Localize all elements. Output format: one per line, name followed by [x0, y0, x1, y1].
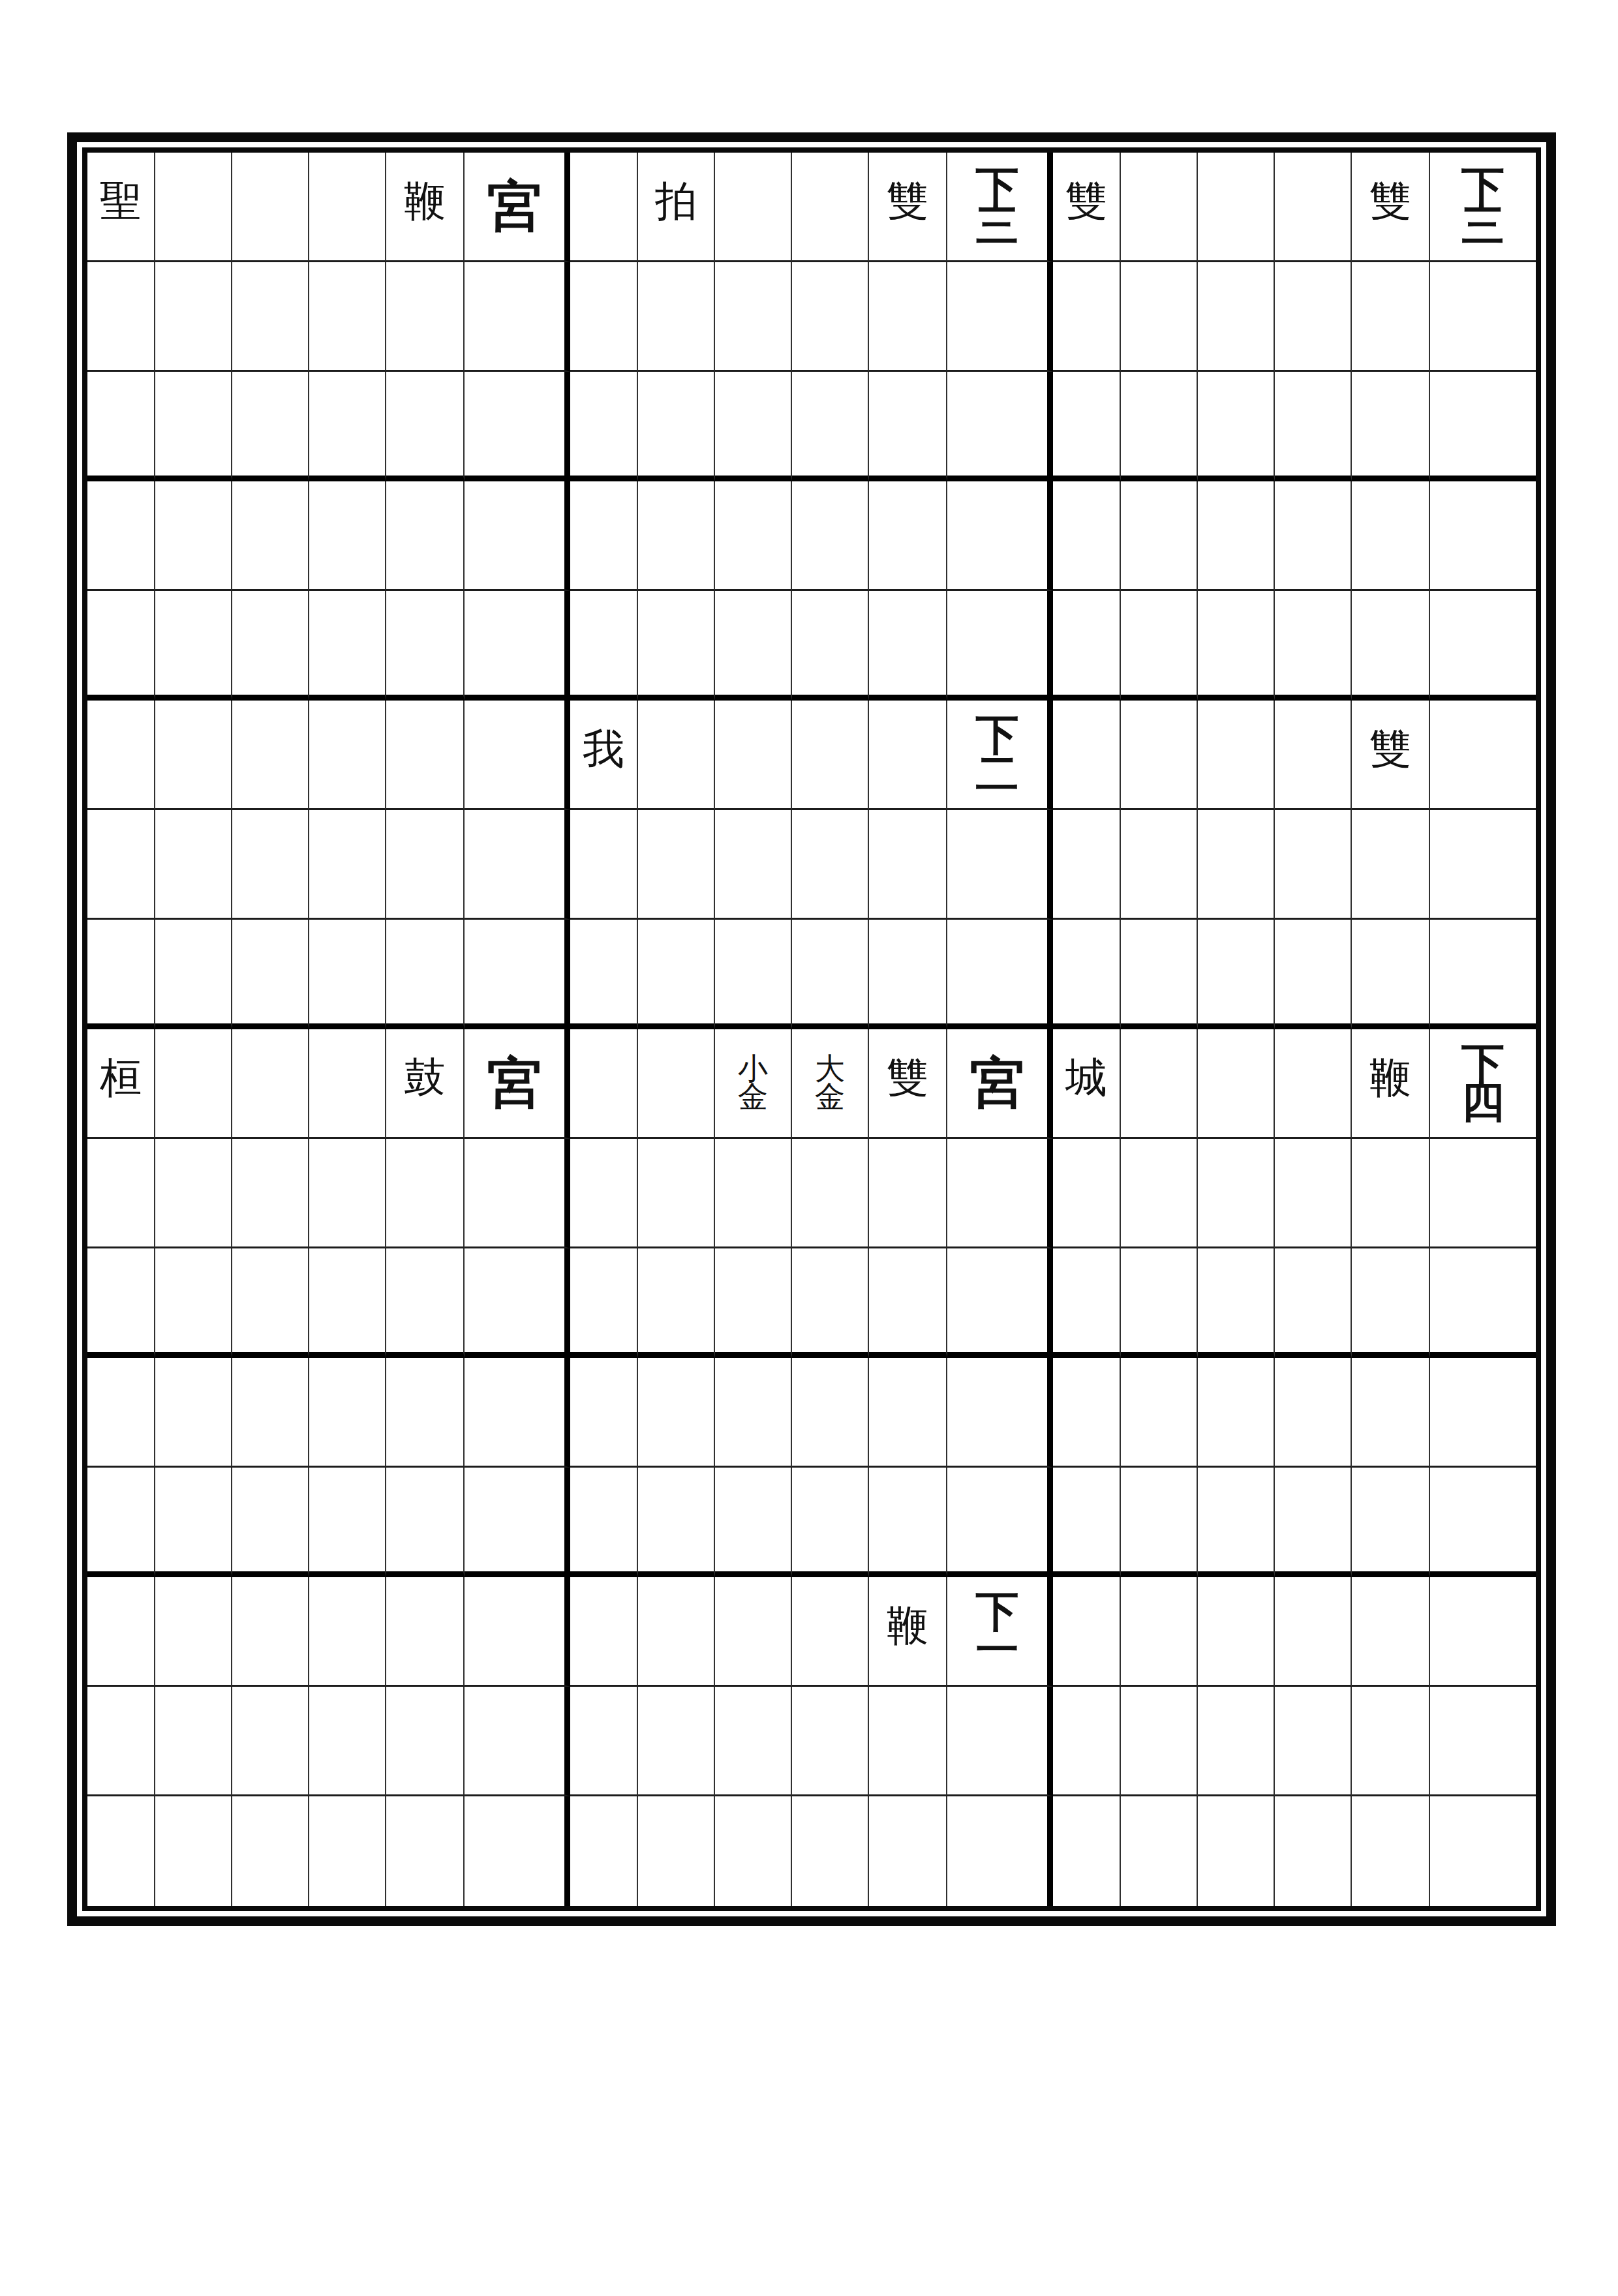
jeonggan-cell-r10c10 [869, 1248, 947, 1358]
jeonggan-cell-r6c2 [232, 810, 309, 920]
jeonggan-cell-r2c7 [638, 372, 715, 481]
jeonggan-cell-r3c1 [155, 481, 232, 591]
jeonggan-cell-r11c9 [792, 1358, 869, 1468]
jeonggan-cell-r6c7 [638, 810, 715, 920]
jeonggan-cell-r12c4 [386, 1468, 465, 1577]
jeonggan-cell-r7c2 [232, 920, 309, 1029]
jeonggan-cell-r2c1 [155, 372, 232, 481]
jeonggan-cell-r8c14 [1198, 1029, 1275, 1139]
jeonggan-cell-r0c16: 雙 [1352, 153, 1430, 262]
jeonggan-cell-r5c3 [309, 701, 386, 810]
jeonggan-cell-r12c1 [155, 1468, 232, 1577]
notation-glyph: 大 金 [815, 1055, 845, 1111]
notation-glyph: 小 金 [738, 1055, 768, 1111]
jeonggan-cell-r0c3 [309, 153, 386, 262]
jeonggan-cell-r10c8 [715, 1248, 792, 1358]
jeonggan-cell-r10c7 [638, 1248, 715, 1358]
jeonggan-cell-r3c4 [386, 481, 465, 591]
jeonggan-cell-r13c11: 下 一 [947, 1577, 1053, 1687]
jeonggan-cell-r1c5 [465, 262, 570, 372]
jeonggan-cell-r6c14 [1198, 810, 1275, 920]
jeonggan-cell-r15c2 [232, 1796, 309, 1906]
notation-glyph: 桓 [100, 1050, 142, 1106]
jeonggan-cell-r8c1 [155, 1029, 232, 1139]
jeonggan-cell-r12c3 [309, 1468, 386, 1577]
jeonggan-cell-r6c13 [1121, 810, 1198, 920]
jeonggan-cell-r13c6 [570, 1577, 638, 1687]
jeonggan-cell-r11c11 [947, 1358, 1053, 1468]
jeonggan-cell-r11c10 [869, 1358, 947, 1468]
notation-glyph: 鞭 [887, 1597, 928, 1654]
jeonggan-cell-r15c1 [155, 1796, 232, 1906]
jeonggan-cell-r8c16: 鞭 [1352, 1029, 1430, 1139]
notation-glyph: 鞭 [404, 173, 446, 230]
jeonggan-cell-r6c16 [1352, 810, 1430, 920]
jeonggan-cell-r6c17 [1430, 810, 1536, 920]
jeonggan-cell-r14c6 [570, 1687, 638, 1796]
jeongganbo-board-frame: 聖鞭宮拍雙下 三雙雙下 三我下 二雙桓鼓宮小 金大 金雙宮城鞭下 四鞭下 一 [67, 132, 1556, 1926]
jeonggan-cell-r13c14 [1198, 1577, 1275, 1687]
jeonggan-cell-r1c15 [1275, 262, 1352, 372]
jeonggan-cell-r6c12 [1053, 810, 1121, 920]
jeonggan-cell-r6c4 [386, 810, 465, 920]
jeonggan-cell-r7c16 [1352, 920, 1430, 1029]
jeonggan-cell-r5c12 [1053, 701, 1121, 810]
jeonggan-cell-r10c13 [1121, 1248, 1198, 1358]
jeonggan-cell-r0c9 [792, 153, 869, 262]
jeonggan-cell-r13c17 [1430, 1577, 1536, 1687]
notation-glyph: 下 二 [976, 716, 1019, 792]
jeonggan-cell-r0c1 [155, 153, 232, 262]
jeonggan-cell-r9c13 [1121, 1139, 1198, 1248]
jeonggan-cell-r14c4 [386, 1687, 465, 1796]
jeonggan-cell-r10c1 [155, 1248, 232, 1358]
jeonggan-cell-r7c5 [465, 920, 570, 1029]
jeonggan-cell-r11c12 [1053, 1358, 1121, 1468]
jeonggan-cell-r3c12 [1053, 481, 1121, 591]
jeonggan-cell-r0c6 [570, 153, 638, 262]
jeonggan-cell-r12c11 [947, 1468, 1053, 1577]
jeonggan-cell-r10c15 [1275, 1248, 1352, 1358]
jeonggan-cell-r15c13 [1121, 1796, 1198, 1906]
jeonggan-cell-r14c1 [155, 1687, 232, 1796]
jeonggan-cell-r2c2 [232, 372, 309, 481]
notation-glyph: 鞭 [1369, 1050, 1411, 1106]
jeonggan-cell-r14c8 [715, 1687, 792, 1796]
jeonggan-cell-r4c2 [232, 591, 309, 701]
jeonggan-cell-r10c12 [1053, 1248, 1121, 1358]
jeonggan-cell-r7c3 [309, 920, 386, 1029]
jeonggan-cell-r7c0 [87, 920, 155, 1029]
jeonggan-cell-r4c8 [715, 591, 792, 701]
jeonggan-cell-r2c6 [570, 372, 638, 481]
jeonggan-cell-r8c17: 下 四 [1430, 1029, 1536, 1139]
jeonggan-cell-r9c11 [947, 1139, 1053, 1248]
jeonggan-cell-r7c7 [638, 920, 715, 1029]
jeonggan-cell-r2c15 [1275, 372, 1352, 481]
jeonggan-cell-r7c4 [386, 920, 465, 1029]
notation-glyph: 下 一 [976, 1593, 1019, 1669]
jeonggan-cell-r2c0 [87, 372, 155, 481]
jeonggan-cell-r10c0 [87, 1248, 155, 1358]
jeonggan-cell-r10c5 [465, 1248, 570, 1358]
jeonggan-cell-r11c3 [309, 1358, 386, 1468]
jeonggan-cell-r10c11 [947, 1248, 1053, 1358]
jeonggan-cell-r5c1 [155, 701, 232, 810]
jeonggan-cell-r11c7 [638, 1358, 715, 1468]
jeonggan-cell-r5c5 [465, 701, 570, 810]
jeonggan-cell-r6c3 [309, 810, 386, 920]
jeonggan-cell-r1c4 [386, 262, 465, 372]
jeonggan-cell-r5c13 [1121, 701, 1198, 810]
notation-glyph: 下 三 [976, 168, 1019, 244]
jeonggan-cell-r6c0 [87, 810, 155, 920]
jeonggan-cell-r3c2 [232, 481, 309, 591]
jeonggan-cell-r4c6 [570, 591, 638, 701]
jeonggan-cell-r4c14 [1198, 591, 1275, 701]
jeonggan-cell-r9c8 [715, 1139, 792, 1248]
jeonggan-cell-r8c7 [638, 1029, 715, 1139]
jeonggan-cell-r8c5: 宮 [465, 1029, 570, 1139]
jeonggan-cell-r14c12 [1053, 1687, 1121, 1796]
jeonggan-cell-r12c10 [869, 1468, 947, 1577]
jeonggan-cell-r15c14 [1198, 1796, 1275, 1906]
jeonggan-cell-r2c4 [386, 372, 465, 481]
jeonggan-cell-r9c14 [1198, 1139, 1275, 1248]
jeonggan-cell-r5c10 [869, 701, 947, 810]
jeonggan-cell-r5c2 [232, 701, 309, 810]
jeonggan-cell-r8c13 [1121, 1029, 1198, 1139]
jeonggan-cell-r8c9: 大 金 [792, 1029, 869, 1139]
jeonggan-cell-r9c1 [155, 1139, 232, 1248]
jeonggan-cell-r0c14 [1198, 153, 1275, 262]
jeonggan-cell-r13c15 [1275, 1577, 1352, 1687]
jeonggan-cell-r11c15 [1275, 1358, 1352, 1468]
jeonggan-cell-r4c16 [1352, 591, 1430, 701]
notation-glyph: 雙 [887, 1050, 928, 1106]
notation-glyph: 我 [583, 721, 624, 778]
jeonggan-cell-r0c2 [232, 153, 309, 262]
jeonggan-cell-r14c16 [1352, 1687, 1430, 1796]
jeonggan-cell-r3c15 [1275, 481, 1352, 591]
jeonggan-cell-r13c1 [155, 1577, 232, 1687]
jeonggan-cell-r3c3 [309, 481, 386, 591]
jeonggan-cell-r1c13 [1121, 262, 1198, 372]
jeonggan-cell-r5c8 [715, 701, 792, 810]
jeonggan-cell-r0c4: 鞭 [386, 153, 465, 262]
jeonggan-cell-r13c2 [232, 1577, 309, 1687]
jeonggan-cell-r9c0 [87, 1139, 155, 1248]
score-page: 聖鞭宮拍雙下 三雙雙下 三我下 二雙桓鼓宮小 金大 金雙宮城鞭下 四鞭下 一 [0, 0, 1618, 2296]
jeonggan-cell-r12c14 [1198, 1468, 1275, 1577]
jeonggan-cell-r8c15 [1275, 1029, 1352, 1139]
jeonggan-cell-r10c6 [570, 1248, 638, 1358]
jeonggan-cell-r9c6 [570, 1139, 638, 1248]
jeonggan-cell-r3c9 [792, 481, 869, 591]
jeonggan-cell-r1c16 [1352, 262, 1430, 372]
jeonggan-cell-r7c12 [1053, 920, 1121, 1029]
jeongganbo-grid: 聖鞭宮拍雙下 三雙雙下 三我下 二雙桓鼓宮小 金大 金雙宮城鞭下 四鞭下 一 [87, 153, 1536, 1906]
jeonggan-cell-r6c6 [570, 810, 638, 920]
jeonggan-cell-r6c15 [1275, 810, 1352, 920]
jeonggan-cell-r7c8 [715, 920, 792, 1029]
jeonggan-cell-r15c0 [87, 1796, 155, 1906]
jeonggan-cell-r1c1 [155, 262, 232, 372]
jeonggan-cell-r12c17 [1430, 1468, 1536, 1577]
jeonggan-cell-r11c16 [1352, 1358, 1430, 1468]
jeonggan-cell-r14c14 [1198, 1687, 1275, 1796]
jeonggan-cell-r4c9 [792, 591, 869, 701]
notation-glyph: 宮 [970, 1046, 1025, 1121]
jeonggan-cell-r12c16 [1352, 1468, 1430, 1577]
jeonggan-cell-r8c0: 桓 [87, 1029, 155, 1139]
jeonggan-cell-r3c14 [1198, 481, 1275, 591]
jeonggan-cell-r11c1 [155, 1358, 232, 1468]
jeonggan-cell-r15c10 [869, 1796, 947, 1906]
jeonggan-cell-r14c9 [792, 1687, 869, 1796]
jeonggan-cell-r9c10 [869, 1139, 947, 1248]
jeonggan-cell-r4c0 [87, 591, 155, 701]
jeonggan-cell-r2c8 [715, 372, 792, 481]
jeonggan-cell-r8c11: 宮 [947, 1029, 1053, 1139]
notation-glyph: 宮 [487, 1046, 542, 1121]
jeonggan-cell-r2c11 [947, 372, 1053, 481]
jeonggan-cell-r12c6 [570, 1468, 638, 1577]
jeonggan-cell-r5c17 [1430, 701, 1536, 810]
notation-glyph: 雙 [1065, 173, 1107, 230]
jeonggan-cell-r10c9 [792, 1248, 869, 1358]
jeonggan-cell-r0c8 [715, 153, 792, 262]
jeonggan-cell-r2c17 [1430, 372, 1536, 481]
jeonggan-cell-r4c11 [947, 591, 1053, 701]
jeonggan-cell-r11c14 [1198, 1358, 1275, 1468]
jeonggan-cell-r7c9 [792, 920, 869, 1029]
jeonggan-cell-r8c3 [309, 1029, 386, 1139]
jeonggan-cell-r1c3 [309, 262, 386, 372]
jeonggan-cell-r11c5 [465, 1358, 570, 1468]
jeonggan-cell-r6c1 [155, 810, 232, 920]
jeonggan-cell-r4c12 [1053, 591, 1121, 701]
jeonggan-cell-r2c12 [1053, 372, 1121, 481]
jeonggan-cell-r5c11: 下 二 [947, 701, 1053, 810]
jeonggan-cell-r11c2 [232, 1358, 309, 1468]
jeonggan-cell-r4c7 [638, 591, 715, 701]
jeonggan-cell-r15c16 [1352, 1796, 1430, 1906]
jeonggan-cell-r1c6 [570, 262, 638, 372]
jeonggan-cell-r14c5 [465, 1687, 570, 1796]
jeonggan-cell-r15c3 [309, 1796, 386, 1906]
jeonggan-cell-r0c15 [1275, 153, 1352, 262]
jeonggan-cell-r8c8: 小 金 [715, 1029, 792, 1139]
jeonggan-cell-r7c14 [1198, 920, 1275, 1029]
jeongganbo-board-inner-frame: 聖鞭宮拍雙下 三雙雙下 三我下 二雙桓鼓宮小 金大 金雙宮城鞭下 四鞭下 一 [82, 147, 1541, 1911]
jeonggan-cell-r10c4 [386, 1248, 465, 1358]
jeonggan-cell-r0c10: 雙 [869, 153, 947, 262]
jeonggan-cell-r7c15 [1275, 920, 1352, 1029]
jeonggan-cell-r2c14 [1198, 372, 1275, 481]
jeonggan-cell-r0c0: 聖 [87, 153, 155, 262]
jeonggan-cell-r15c15 [1275, 1796, 1352, 1906]
jeonggan-cell-r12c13 [1121, 1468, 1198, 1577]
jeonggan-cell-r3c5 [465, 481, 570, 591]
jeonggan-cell-r9c16 [1352, 1139, 1430, 1248]
jeonggan-cell-r1c11 [947, 262, 1053, 372]
jeonggan-cell-r2c3 [309, 372, 386, 481]
jeonggan-cell-r1c0 [87, 262, 155, 372]
jeonggan-cell-r0c17: 下 三 [1430, 153, 1536, 262]
jeonggan-cell-r11c0 [87, 1358, 155, 1468]
notation-glyph: 下 三 [1461, 168, 1504, 244]
notation-glyph: 城 [1065, 1050, 1107, 1106]
jeonggan-cell-r3c10 [869, 481, 947, 591]
jeonggan-cell-r12c9 [792, 1468, 869, 1577]
jeonggan-cell-r1c9 [792, 262, 869, 372]
jeonggan-cell-r14c7 [638, 1687, 715, 1796]
jeonggan-cell-r6c11 [947, 810, 1053, 920]
jeonggan-cell-r5c4 [386, 701, 465, 810]
jeonggan-cell-r9c9 [792, 1139, 869, 1248]
jeonggan-cell-r8c10: 雙 [869, 1029, 947, 1139]
jeonggan-cell-r9c12 [1053, 1139, 1121, 1248]
jeonggan-cell-r8c4: 鼓 [386, 1029, 465, 1139]
jeonggan-cell-r15c5 [465, 1796, 570, 1906]
jeonggan-cell-r4c17 [1430, 591, 1536, 701]
jeonggan-cell-r9c7 [638, 1139, 715, 1248]
jeonggan-cell-r3c11 [947, 481, 1053, 591]
jeonggan-cell-r0c11: 下 三 [947, 153, 1053, 262]
jeonggan-cell-r15c9 [792, 1796, 869, 1906]
jeonggan-cell-r6c8 [715, 810, 792, 920]
jeonggan-cell-r13c5 [465, 1577, 570, 1687]
jeonggan-cell-r1c8 [715, 262, 792, 372]
notation-glyph: 下 四 [1461, 1045, 1504, 1121]
jeonggan-cell-r12c2 [232, 1468, 309, 1577]
jeonggan-cell-r13c16 [1352, 1577, 1430, 1687]
jeonggan-cell-r5c9 [792, 701, 869, 810]
jeonggan-cell-r9c5 [465, 1139, 570, 1248]
jeonggan-cell-r7c6 [570, 920, 638, 1029]
jeonggan-cell-r7c11 [947, 920, 1053, 1029]
jeonggan-cell-r1c14 [1198, 262, 1275, 372]
jeonggan-cell-r12c0 [87, 1468, 155, 1577]
jeonggan-cell-r3c16 [1352, 481, 1430, 591]
jeonggan-cell-r11c8 [715, 1358, 792, 1468]
jeonggan-cell-r7c17 [1430, 920, 1536, 1029]
jeonggan-cell-r9c17 [1430, 1139, 1536, 1248]
jeonggan-cell-r13c12 [1053, 1577, 1121, 1687]
jeonggan-cell-r4c13 [1121, 591, 1198, 701]
jeonggan-cell-r7c10 [869, 920, 947, 1029]
jeonggan-cell-r6c10 [869, 810, 947, 920]
jeonggan-cell-r14c0 [87, 1687, 155, 1796]
jeonggan-cell-r2c9 [792, 372, 869, 481]
jeonggan-cell-r3c7 [638, 481, 715, 591]
jeonggan-cell-r11c13 [1121, 1358, 1198, 1468]
jeonggan-cell-r11c4 [386, 1358, 465, 1468]
jeonggan-cell-r5c7 [638, 701, 715, 810]
jeonggan-cell-r6c5 [465, 810, 570, 920]
jeonggan-cell-r5c14 [1198, 701, 1275, 810]
jeonggan-cell-r14c15 [1275, 1687, 1352, 1796]
jeonggan-cell-r14c13 [1121, 1687, 1198, 1796]
jeonggan-cell-r7c13 [1121, 920, 1198, 1029]
jeonggan-cell-r5c15 [1275, 701, 1352, 810]
notation-glyph: 拍 [655, 173, 697, 230]
jeonggan-cell-r4c15 [1275, 591, 1352, 701]
jeonggan-cell-r1c7 [638, 262, 715, 372]
jeonggan-cell-r2c10 [869, 372, 947, 481]
jeonggan-cell-r15c12 [1053, 1796, 1121, 1906]
jeonggan-cell-r14c2 [232, 1687, 309, 1796]
jeonggan-cell-r13c0 [87, 1577, 155, 1687]
jeonggan-cell-r2c16 [1352, 372, 1430, 481]
jeonggan-cell-r4c10 [869, 591, 947, 701]
jeonggan-cell-r11c17 [1430, 1358, 1536, 1468]
jeonggan-cell-r1c10 [869, 262, 947, 372]
notation-glyph: 鼓 [404, 1050, 446, 1106]
jeonggan-cell-r14c10 [869, 1687, 947, 1796]
jeonggan-cell-r10c16 [1352, 1248, 1430, 1358]
jeonggan-cell-r3c8 [715, 481, 792, 591]
jeonggan-cell-r0c13 [1121, 153, 1198, 262]
jeonggan-cell-r3c17 [1430, 481, 1536, 591]
jeonggan-cell-r4c1 [155, 591, 232, 701]
jeonggan-cell-r10c3 [309, 1248, 386, 1358]
jeonggan-cell-r13c3 [309, 1577, 386, 1687]
jeonggan-cell-r14c17 [1430, 1687, 1536, 1796]
jeonggan-cell-r0c7: 拍 [638, 153, 715, 262]
jeonggan-cell-r13c10: 鞭 [869, 1577, 947, 1687]
notation-glyph: 聖 [100, 173, 142, 230]
jeonggan-cell-r3c0 [87, 481, 155, 591]
jeonggan-cell-r9c3 [309, 1139, 386, 1248]
jeonggan-cell-r13c7 [638, 1577, 715, 1687]
jeonggan-cell-r15c17 [1430, 1796, 1536, 1906]
jeonggan-cell-r5c0 [87, 701, 155, 810]
jeonggan-cell-r4c3 [309, 591, 386, 701]
jeonggan-cell-r9c2 [232, 1139, 309, 1248]
jeonggan-cell-r12c7 [638, 1468, 715, 1577]
jeonggan-cell-r10c14 [1198, 1248, 1275, 1358]
notation-glyph: 雙 [1369, 721, 1411, 778]
jeonggan-cell-r10c17 [1430, 1248, 1536, 1358]
jeonggan-cell-r15c8 [715, 1796, 792, 1906]
jeonggan-cell-r2c5 [465, 372, 570, 481]
jeonggan-cell-r12c15 [1275, 1468, 1352, 1577]
notation-glyph: 雙 [1369, 173, 1411, 230]
jeonggan-cell-r14c11 [947, 1687, 1053, 1796]
jeonggan-cell-r13c8 [715, 1577, 792, 1687]
jeonggan-cell-r9c4 [386, 1139, 465, 1248]
jeonggan-cell-r0c12: 雙 [1053, 153, 1121, 262]
jeonggan-cell-r3c13 [1121, 481, 1198, 591]
jeonggan-cell-r12c8 [715, 1468, 792, 1577]
jeonggan-cell-r0c5: 宮 [465, 153, 570, 262]
jeonggan-cell-r4c5 [465, 591, 570, 701]
jeonggan-cell-r10c2 [232, 1248, 309, 1358]
jeonggan-cell-r15c7 [638, 1796, 715, 1906]
jeonggan-cell-r12c12 [1053, 1468, 1121, 1577]
jeonggan-cell-r9c15 [1275, 1139, 1352, 1248]
jeonggan-cell-r13c13 [1121, 1577, 1198, 1687]
jeonggan-cell-r15c11 [947, 1796, 1053, 1906]
jeonggan-cell-r8c6 [570, 1029, 638, 1139]
jeonggan-cell-r5c6: 我 [570, 701, 638, 810]
jeonggan-cell-r14c3 [309, 1687, 386, 1796]
jeonggan-cell-r3c6 [570, 481, 638, 591]
jeonggan-cell-r13c9 [792, 1577, 869, 1687]
jeonggan-cell-r15c6 [570, 1796, 638, 1906]
